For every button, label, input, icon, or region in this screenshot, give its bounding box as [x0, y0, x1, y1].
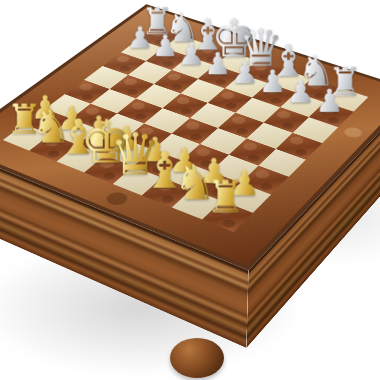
square-a1[interactable]: ♜ — [202, 201, 252, 232]
piece-gold-rook[interactable]: ♜ — [175, 174, 275, 219]
piece-silver-pawn[interactable]: ♟ — [284, 85, 374, 117]
product-photo: ♜♞♝♚♛♝♞♜♟♟♟♟♟♟♟♟♟♟♟♟♟♟♟♟♜♞♝♚♛♝♞♜ — [0, 0, 380, 380]
chess-case: ♜♞♝♚♛♝♞♜♟♟♟♟♟♟♟♟♟♟♟♟♟♟♟♟♜♞♝♚♛♝♞♜ — [0, 4, 380, 270]
scene: ♜♞♝♚♛♝♞♜♟♟♟♟♟♟♟♟♟♟♟♟♟♟♟♟♜♞♝♚♛♝♞♜ — [0, 0, 380, 380]
square-a5[interactable] — [276, 133, 322, 160]
